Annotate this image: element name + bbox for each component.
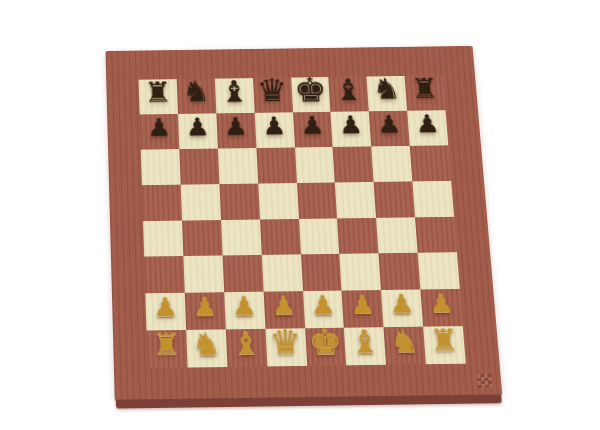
white-bishop-piece[interactable]: ♝ xyxy=(230,327,262,359)
board-edge xyxy=(116,394,502,408)
white-pawn-piece[interactable]: ♟ xyxy=(349,291,375,317)
square-b5[interactable] xyxy=(181,184,221,220)
square-b7[interactable]: ♟ xyxy=(178,113,218,149)
square-f3[interactable] xyxy=(340,254,382,291)
white-king-piece[interactable]: ♚ xyxy=(307,324,343,360)
black-pawn-piece[interactable]: ♟ xyxy=(147,115,172,140)
square-a7[interactable]: ♟ xyxy=(140,114,180,150)
square-e3[interactable] xyxy=(301,254,342,291)
white-pawn-piece[interactable]: ♟ xyxy=(271,292,297,318)
square-a6[interactable] xyxy=(141,149,181,185)
black-pawn-piece[interactable]: ♟ xyxy=(376,112,402,137)
square-c5[interactable] xyxy=(219,183,259,219)
square-c6[interactable] xyxy=(218,148,258,184)
white-knight-piece[interactable]: ♞ xyxy=(389,325,420,356)
square-c3[interactable] xyxy=(222,255,263,292)
white-pawn-piece[interactable]: ♟ xyxy=(389,291,415,317)
square-g3[interactable] xyxy=(379,253,421,290)
black-bishop-piece[interactable]: ♝ xyxy=(333,75,364,105)
square-a2[interactable]: ♟ xyxy=(145,293,186,331)
square-h8[interactable]: ♜ xyxy=(405,75,446,110)
white-pawn-piece[interactable]: ♟ xyxy=(428,290,455,316)
square-e4[interactable] xyxy=(299,218,340,255)
square-h1[interactable]: ♜ xyxy=(423,326,466,364)
black-pawn-piece[interactable]: ♟ xyxy=(300,113,325,138)
square-f4[interactable] xyxy=(337,217,378,254)
white-queen-piece[interactable]: ♛ xyxy=(269,326,303,360)
square-h2[interactable]: ♟ xyxy=(421,289,463,327)
white-pawn-piece[interactable]: ♟ xyxy=(310,292,336,318)
black-bishop-piece[interactable]: ♝ xyxy=(219,76,249,106)
square-f5[interactable] xyxy=(335,182,376,218)
square-h7[interactable]: ♟ xyxy=(407,110,448,146)
square-b4[interactable] xyxy=(182,220,222,257)
black-pawn-piece[interactable]: ♟ xyxy=(415,111,441,136)
square-c1[interactable]: ♝ xyxy=(226,329,267,367)
square-b8[interactable]: ♞ xyxy=(177,79,217,114)
black-knight-piece[interactable]: ♞ xyxy=(181,77,210,106)
square-f7[interactable]: ♟ xyxy=(331,111,372,147)
square-g4[interactable] xyxy=(376,217,418,254)
black-rook-piece[interactable]: ♜ xyxy=(144,78,172,106)
board-grid: ♜♞♝♛♚♝♞♜♟♟♟♟♟♟♟♟♟♟♟♟♟♟♟♟♜♞♝♛♚♝♞♜ xyxy=(139,75,466,368)
black-pawn-piece[interactable]: ♟ xyxy=(338,112,363,137)
square-f1[interactable]: ♝ xyxy=(344,327,386,365)
square-h4[interactable] xyxy=(415,216,457,253)
square-h3[interactable] xyxy=(418,253,460,290)
square-e5[interactable] xyxy=(296,182,337,218)
white-pawn-piece[interactable]: ♟ xyxy=(192,293,218,319)
black-pawn-piece[interactable]: ♟ xyxy=(223,114,248,139)
square-a1[interactable]: ♜ xyxy=(147,330,188,368)
white-pawn-piece[interactable]: ♟ xyxy=(153,294,178,320)
black-pawn-piece[interactable]: ♟ xyxy=(262,113,287,138)
square-e7[interactable]: ♟ xyxy=(293,112,333,148)
board-frame: ♜♞♝♛♚♝♞♜♟♟♟♟♟♟♟♟♟♟♟♟♟♟♟♟♜♞♝♛♚♝♞♜ xyxy=(105,46,502,401)
square-b1[interactable]: ♞ xyxy=(186,330,227,368)
square-c4[interactable] xyxy=(221,219,262,256)
maker-stamp-icon xyxy=(477,374,492,388)
square-d7[interactable]: ♟ xyxy=(254,112,294,148)
square-e6[interactable] xyxy=(295,147,336,183)
white-rook-piece[interactable]: ♜ xyxy=(429,325,460,355)
black-knight-piece[interactable]: ♞ xyxy=(372,75,402,104)
square-g5[interactable] xyxy=(374,181,415,217)
white-knight-piece[interactable]: ♞ xyxy=(191,328,221,359)
square-d8[interactable]: ♛ xyxy=(253,78,293,113)
square-h6[interactable] xyxy=(410,145,451,181)
square-b3[interactable] xyxy=(183,256,224,293)
square-e1[interactable]: ♚ xyxy=(305,328,347,366)
square-d6[interactable] xyxy=(256,147,296,183)
square-d1[interactable]: ♛ xyxy=(265,328,307,366)
square-a8[interactable]: ♜ xyxy=(139,79,178,114)
square-h5[interactable] xyxy=(412,181,454,217)
square-g7[interactable]: ♟ xyxy=(369,111,410,147)
square-b6[interactable] xyxy=(179,148,219,184)
square-e8[interactable]: ♚ xyxy=(291,77,331,112)
square-d3[interactable] xyxy=(261,255,302,292)
white-rook-piece[interactable]: ♜ xyxy=(152,329,181,359)
square-d4[interactable] xyxy=(260,219,301,256)
black-queen-piece[interactable]: ♛ xyxy=(256,75,288,107)
white-pawn-piece[interactable]: ♟ xyxy=(231,293,257,319)
square-f6[interactable] xyxy=(333,146,374,182)
black-pawn-piece[interactable]: ♟ xyxy=(185,114,210,139)
photo-background: ♜♞♝♛♚♝♞♜♟♟♟♟♟♟♟♟♟♟♟♟♟♟♟♟♜♞♝♛♚♝♞♜ xyxy=(0,0,600,430)
square-c7[interactable]: ♟ xyxy=(216,113,256,149)
black-king-piece[interactable]: ♚ xyxy=(293,73,327,106)
black-rook-piece[interactable]: ♜ xyxy=(410,75,439,103)
square-a4[interactable] xyxy=(143,220,183,257)
square-d5[interactable] xyxy=(258,183,299,219)
square-g8[interactable]: ♞ xyxy=(367,76,408,111)
square-c8[interactable]: ♝ xyxy=(215,78,255,113)
square-g6[interactable] xyxy=(371,146,412,182)
square-f8[interactable]: ♝ xyxy=(329,77,369,112)
white-bishop-piece[interactable]: ♝ xyxy=(349,325,381,357)
square-g1[interactable]: ♞ xyxy=(384,327,426,365)
square-a3[interactable] xyxy=(144,256,184,293)
chess-board: ♜♞♝♛♚♝♞♜♟♟♟♟♟♟♟♟♟♟♟♟♟♟♟♟♜♞♝♛♚♝♞♜ xyxy=(105,46,502,401)
square-a5[interactable] xyxy=(142,184,182,220)
